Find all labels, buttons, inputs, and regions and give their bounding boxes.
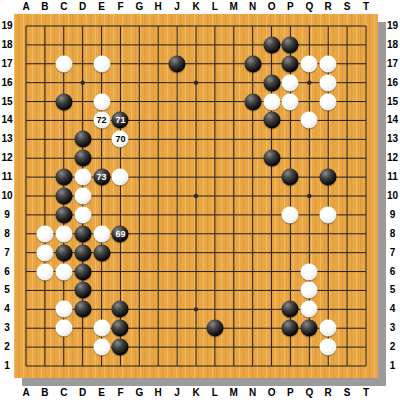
move-number-label: 72 — [97, 116, 107, 125]
coord-top-O: O — [268, 2, 276, 12]
move-number-label: 70 — [115, 135, 125, 144]
coord-right-1: 1 — [390, 361, 396, 371]
coord-left-10: 10 — [1, 191, 12, 201]
stone-white-C4[interactable] — [55, 301, 72, 318]
stone-white-E14[interactable]: 72 — [93, 112, 110, 129]
stone-white-R15[interactable] — [320, 93, 337, 110]
coord-right-16: 16 — [387, 78, 398, 88]
stone-white-P9[interactable] — [282, 206, 299, 223]
coord-bottom-P: P — [287, 388, 294, 398]
stone-white-R9[interactable] — [320, 206, 337, 223]
stone-black-D6[interactable] — [74, 263, 91, 280]
coord-left-7: 7 — [4, 248, 10, 258]
stone-black-D12[interactable] — [74, 150, 91, 167]
coord-top-L: L — [212, 2, 218, 12]
coord-top-T: T — [363, 2, 369, 12]
stone-black-E7[interactable] — [93, 244, 110, 261]
coord-left-12: 12 — [1, 153, 12, 163]
coord-top-S: S — [344, 2, 351, 12]
coord-bottom-E: E — [98, 388, 105, 398]
coord-top-F: F — [117, 2, 123, 12]
stone-white-E2[interactable] — [93, 339, 110, 356]
stone-black-F8[interactable]: 69 — [112, 225, 129, 242]
stone-black-C11[interactable] — [55, 169, 72, 186]
coord-right-17: 17 — [387, 59, 398, 69]
coord-right-14: 14 — [387, 115, 398, 125]
coord-top-R: R — [325, 2, 332, 12]
stone-black-O18[interactable] — [263, 36, 280, 53]
stone-black-C15[interactable] — [55, 93, 72, 110]
stone-white-E3[interactable] — [93, 320, 110, 337]
coord-bottom-N: N — [249, 388, 256, 398]
coord-bottom-K: K — [192, 388, 199, 398]
stone-white-P15[interactable] — [282, 93, 299, 110]
stone-white-C17[interactable] — [55, 55, 72, 72]
stone-black-F14[interactable]: 71 — [112, 112, 129, 129]
stone-black-C7[interactable] — [55, 244, 72, 261]
stone-white-Q4[interactable] — [301, 301, 318, 318]
coord-bottom-R: R — [325, 388, 332, 398]
stone-black-N15[interactable] — [244, 93, 261, 110]
coord-right-10: 10 — [387, 191, 398, 201]
coord-left-2: 2 — [4, 342, 10, 352]
stone-white-O15[interactable] — [263, 93, 280, 110]
move-number-label: 71 — [115, 116, 125, 125]
coord-top-M: M — [230, 2, 238, 12]
stone-black-D7[interactable] — [74, 244, 91, 261]
stone-black-L3[interactable] — [206, 320, 223, 337]
coord-top-A: A — [22, 2, 29, 12]
stone-black-F4[interactable] — [112, 301, 129, 318]
coord-top-J: J — [174, 2, 180, 12]
coord-right-11: 11 — [387, 172, 398, 182]
coord-bottom-D: D — [79, 388, 86, 398]
coord-bottom-F: F — [117, 388, 123, 398]
coord-left-5: 5 — [4, 285, 10, 295]
stone-white-Q14[interactable] — [301, 112, 318, 129]
coord-left-13: 13 — [1, 134, 12, 144]
coord-left-17: 17 — [1, 59, 12, 69]
coord-right-13: 13 — [387, 134, 398, 144]
coord-right-8: 8 — [390, 229, 396, 239]
coord-bottom-B: B — [41, 388, 48, 398]
stone-white-E15[interactable] — [93, 93, 110, 110]
stone-black-P18[interactable] — [282, 36, 299, 53]
star-point-K16 — [194, 80, 198, 84]
coord-bottom-H: H — [155, 388, 162, 398]
stone-white-R3[interactable] — [320, 320, 337, 337]
coord-top-B: B — [41, 2, 48, 12]
stone-white-B7[interactable] — [36, 244, 53, 261]
coord-left-16: 16 — [1, 78, 12, 88]
coord-top-G: G — [135, 2, 143, 12]
stone-white-R2[interactable] — [320, 339, 337, 356]
stone-white-Q17[interactable] — [301, 55, 318, 72]
stone-black-R11[interactable] — [320, 169, 337, 186]
stone-white-R17[interactable] — [320, 55, 337, 72]
coord-bottom-J: J — [174, 388, 180, 398]
coord-bottom-T: T — [363, 388, 369, 398]
coord-right-15: 15 — [387, 97, 398, 107]
stone-white-E8[interactable] — [93, 225, 110, 242]
stone-black-P4[interactable] — [282, 301, 299, 318]
coord-left-9: 9 — [4, 210, 10, 220]
coord-left-1: 1 — [4, 361, 10, 371]
coord-left-15: 15 — [1, 97, 12, 107]
stone-white-Q6[interactable] — [301, 263, 318, 280]
star-point-Q10 — [307, 194, 311, 198]
stone-black-D5[interactable] — [74, 282, 91, 299]
coord-right-3: 3 — [390, 323, 396, 333]
stone-black-P11[interactable] — [282, 169, 299, 186]
stone-white-D10[interactable] — [74, 188, 91, 205]
coord-top-K: K — [192, 2, 199, 12]
stone-white-D11[interactable] — [74, 169, 91, 186]
coord-top-E: E — [98, 2, 105, 12]
coord-bottom-O: O — [268, 388, 276, 398]
coord-right-7: 7 — [390, 248, 396, 258]
go-board[interactable]: 7173697270 — [14, 14, 378, 378]
stone-black-N17[interactable] — [244, 55, 261, 72]
star-point-Q16 — [307, 80, 311, 84]
stone-black-F3[interactable] — [112, 320, 129, 337]
coord-top-C: C — [60, 2, 67, 12]
stone-black-O14[interactable] — [263, 112, 280, 129]
stone-black-E11[interactable]: 73 — [93, 169, 110, 186]
coord-bottom-A: A — [22, 388, 29, 398]
move-number-label: 69 — [115, 229, 125, 238]
stone-white-B6[interactable] — [36, 263, 53, 280]
stone-black-P17[interactable] — [282, 55, 299, 72]
stone-white-C8[interactable] — [55, 225, 72, 242]
coord-top-H: H — [155, 2, 162, 12]
coord-left-3: 3 — [4, 323, 10, 333]
coord-bottom-C: C — [60, 388, 67, 398]
coord-right-19: 19 — [387, 21, 398, 31]
coord-right-6: 6 — [390, 267, 396, 277]
stone-white-R16[interactable] — [320, 74, 337, 91]
stone-white-Q5[interactable] — [301, 282, 318, 299]
coord-right-18: 18 — [387, 40, 398, 50]
coord-bottom-Q: Q — [305, 388, 313, 398]
star-point-K4 — [194, 307, 198, 311]
stone-white-P16[interactable] — [282, 74, 299, 91]
move-number-label: 73 — [97, 173, 107, 182]
stone-black-O16[interactable] — [263, 74, 280, 91]
coord-bottom-L: L — [212, 388, 218, 398]
coord-top-D: D — [79, 2, 86, 12]
stone-black-C10[interactable] — [55, 188, 72, 205]
stone-black-P3[interactable] — [282, 320, 299, 337]
stone-white-F11[interactable] — [112, 169, 129, 186]
coord-right-5: 5 — [390, 285, 396, 295]
stone-white-D9[interactable] — [74, 206, 91, 223]
stone-white-C3[interactable] — [55, 320, 72, 337]
stone-white-F13[interactable]: 70 — [112, 131, 129, 148]
coord-right-9: 9 — [390, 210, 396, 220]
coord-left-4: 4 — [4, 304, 10, 314]
coord-left-19: 19 — [1, 21, 12, 31]
stone-black-D4[interactable] — [74, 301, 91, 318]
stone-white-B8[interactable] — [36, 225, 53, 242]
coord-right-2: 2 — [390, 342, 396, 352]
coord-top-Q: Q — [305, 2, 313, 12]
coord-right-4: 4 — [390, 304, 396, 314]
stone-black-D8[interactable] — [74, 225, 91, 242]
stone-black-Q3[interactable] — [301, 320, 318, 337]
coord-bottom-M: M — [230, 388, 238, 398]
stone-black-D13[interactable] — [74, 131, 91, 148]
stone-black-C9[interactable] — [55, 206, 72, 223]
star-point-K10 — [194, 194, 198, 198]
coord-top-N: N — [249, 2, 256, 12]
coord-left-8: 8 — [4, 229, 10, 239]
coord-left-6: 6 — [4, 267, 10, 277]
coord-bottom-S: S — [344, 388, 351, 398]
stone-black-J17[interactable] — [169, 55, 186, 72]
coord-left-11: 11 — [2, 172, 13, 182]
coord-bottom-G: G — [135, 388, 143, 398]
stone-black-F2[interactable] — [112, 339, 129, 356]
stone-white-E17[interactable] — [93, 55, 110, 72]
coord-right-12: 12 — [387, 153, 398, 163]
star-point-D16 — [80, 80, 84, 84]
stone-white-C6[interactable] — [55, 263, 72, 280]
coord-top-P: P — [287, 2, 294, 12]
stone-black-O12[interactable] — [263, 150, 280, 167]
coord-left-14: 14 — [1, 115, 12, 125]
coord-left-18: 18 — [1, 40, 12, 50]
